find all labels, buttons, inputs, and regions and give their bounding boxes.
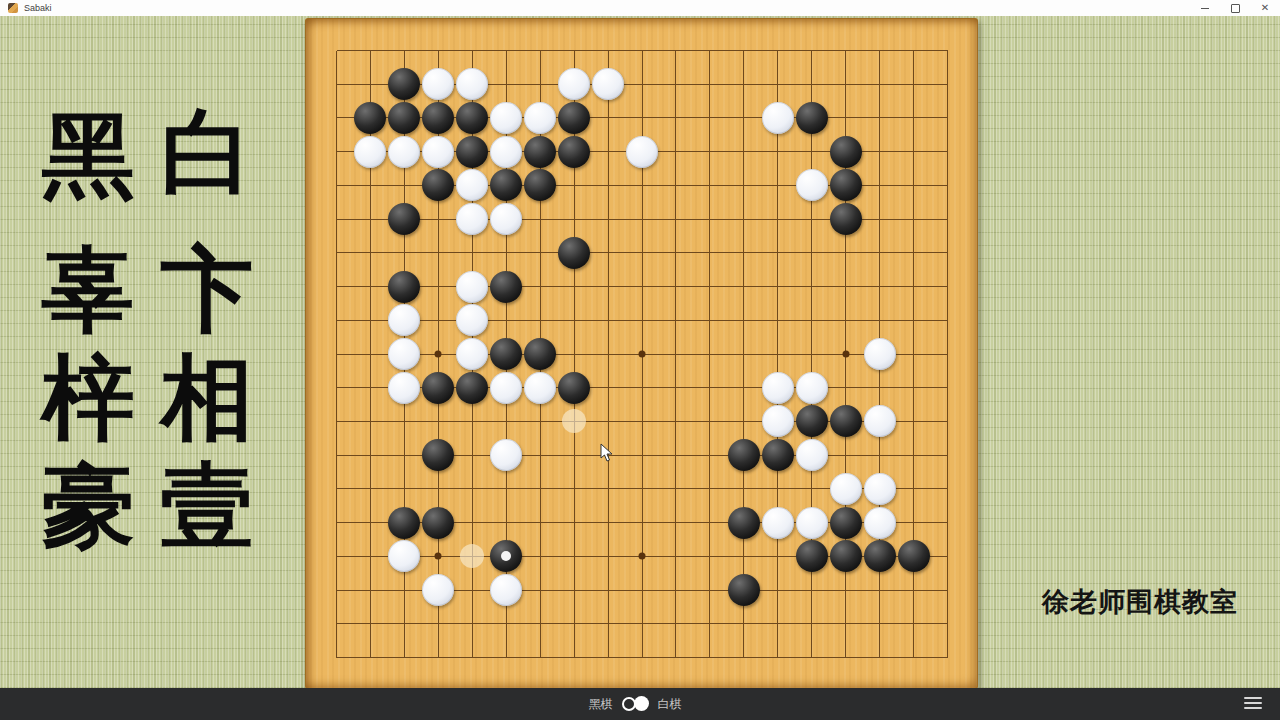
stone-white[interactable] xyxy=(490,439,522,471)
grid-line xyxy=(777,51,778,658)
stone-black[interactable] xyxy=(558,237,590,269)
window-controls: ✕ xyxy=(1190,0,1280,16)
stone-white[interactable] xyxy=(456,271,488,303)
stone-white[interactable] xyxy=(456,304,488,336)
stone-white[interactable] xyxy=(524,102,556,134)
stone-black[interactable] xyxy=(456,136,488,168)
stone-black[interactable] xyxy=(388,203,420,235)
hoshi-point xyxy=(435,351,442,358)
stone-black[interactable] xyxy=(490,540,522,572)
close-button[interactable]: ✕ xyxy=(1250,0,1280,16)
stone-white[interactable] xyxy=(490,102,522,134)
stone-black[interactable] xyxy=(830,405,862,437)
stone-black[interactable] xyxy=(796,405,828,437)
stone-white[interactable] xyxy=(864,473,896,505)
stone-black[interactable] xyxy=(388,271,420,303)
bottom-bar: 黑棋 白棋 xyxy=(0,688,1280,720)
stone-black[interactable] xyxy=(456,372,488,404)
white-stone-knob-icon xyxy=(634,696,649,711)
stone-black[interactable] xyxy=(422,169,454,201)
stone-white[interactable] xyxy=(456,68,488,100)
stone-black[interactable] xyxy=(728,439,760,471)
stone-white[interactable] xyxy=(388,304,420,336)
stone-black[interactable] xyxy=(762,439,794,471)
stone-white[interactable] xyxy=(354,136,386,168)
turn-indicator: 黑棋 白棋 xyxy=(589,696,682,713)
stone-black[interactable] xyxy=(830,507,862,539)
stone-black[interactable] xyxy=(422,507,454,539)
stone-black[interactable] xyxy=(830,203,862,235)
stone-black[interactable] xyxy=(558,136,590,168)
black-turn-label: 黑棋 xyxy=(589,696,613,713)
stone-black[interactable] xyxy=(830,169,862,201)
stone-black[interactable] xyxy=(422,102,454,134)
stone-white[interactable] xyxy=(762,507,794,539)
titlebar: Sabaki ✕ xyxy=(0,0,1280,16)
grid-line xyxy=(337,623,948,624)
stone-black[interactable] xyxy=(354,102,386,134)
grid-line xyxy=(709,51,710,658)
window-title: Sabaki xyxy=(24,3,52,13)
stone-black[interactable] xyxy=(796,102,828,134)
stone-black[interactable] xyxy=(796,540,828,572)
stone-black[interactable] xyxy=(388,68,420,100)
stone-white[interactable] xyxy=(864,405,896,437)
turn-toggle[interactable] xyxy=(622,696,649,712)
black-label-char: 黑 xyxy=(33,108,143,204)
stone-white[interactable] xyxy=(456,203,488,235)
stone-black[interactable] xyxy=(728,574,760,606)
ghost-stone xyxy=(562,409,586,433)
stone-black[interactable] xyxy=(558,372,590,404)
grid-line xyxy=(337,657,948,658)
stone-black[interactable] xyxy=(524,136,556,168)
stone-white[interactable] xyxy=(456,169,488,201)
white-turn-label: 白棋 xyxy=(658,696,682,713)
grid-line xyxy=(675,51,676,658)
goban-grid[interactable] xyxy=(337,51,948,658)
hoshi-point xyxy=(435,553,442,560)
stone-white[interactable] xyxy=(762,405,794,437)
stone-white[interactable] xyxy=(422,136,454,168)
hoshi-point xyxy=(639,351,646,358)
stone-white[interactable] xyxy=(490,372,522,404)
maximize-button[interactable] xyxy=(1220,0,1250,16)
minimize-button[interactable] xyxy=(1190,0,1220,16)
black-name-char: 豪 xyxy=(33,458,143,554)
stone-white[interactable] xyxy=(796,169,828,201)
stone-black[interactable] xyxy=(830,136,862,168)
goban[interactable] xyxy=(305,18,978,689)
stone-white[interactable] xyxy=(830,473,862,505)
stone-white[interactable] xyxy=(456,338,488,370)
sabaki-window: Sabaki ✕ 黑 辜 梓 豪 白 卞 相 壹 徐老师围棋教室 xyxy=(0,0,1280,720)
stone-black[interactable] xyxy=(490,271,522,303)
stone-white[interactable] xyxy=(762,102,794,134)
stone-white[interactable] xyxy=(796,439,828,471)
stone-white[interactable] xyxy=(762,372,794,404)
grid-line xyxy=(947,51,948,658)
white-label-char: 白 xyxy=(152,104,262,200)
stone-black[interactable] xyxy=(864,540,896,572)
stone-white[interactable] xyxy=(388,136,420,168)
stone-white[interactable] xyxy=(422,574,454,606)
last-move-marker xyxy=(501,551,511,561)
stone-black[interactable] xyxy=(422,372,454,404)
stone-black[interactable] xyxy=(524,338,556,370)
stone-black[interactable] xyxy=(388,507,420,539)
watermark-text: 徐老师围棋教室 xyxy=(1042,584,1238,620)
white-name-char: 卞 xyxy=(152,242,262,338)
stone-black[interactable] xyxy=(456,102,488,134)
hoshi-point xyxy=(639,553,646,560)
black-name-char: 辜 xyxy=(33,242,143,338)
stone-white[interactable] xyxy=(524,372,556,404)
stone-white[interactable] xyxy=(388,372,420,404)
ghost-stone xyxy=(460,544,484,568)
close-icon: ✕ xyxy=(1261,3,1269,13)
stone-white[interactable] xyxy=(490,136,522,168)
maximize-icon xyxy=(1231,4,1240,13)
stone-white[interactable] xyxy=(388,540,420,572)
stone-black[interactable] xyxy=(728,507,760,539)
stone-black[interactable] xyxy=(490,338,522,370)
stone-white[interactable] xyxy=(592,68,624,100)
workspace-background: 黑 辜 梓 豪 白 卞 相 壹 徐老师围棋教室 xyxy=(0,16,1280,688)
stone-black[interactable] xyxy=(830,540,862,572)
stone-white[interactable] xyxy=(490,574,522,606)
stone-white[interactable] xyxy=(388,338,420,370)
white-name-char: 相 xyxy=(152,350,262,446)
stone-white[interactable] xyxy=(796,507,828,539)
hoshi-point xyxy=(842,351,849,358)
app-icon xyxy=(8,3,18,13)
stone-white[interactable] xyxy=(558,68,590,100)
stone-white[interactable] xyxy=(422,68,454,100)
stone-white[interactable] xyxy=(796,372,828,404)
minimize-icon xyxy=(1201,8,1209,9)
stone-black[interactable] xyxy=(524,169,556,201)
hamburger-menu-icon[interactable] xyxy=(1244,695,1262,711)
grid-line xyxy=(743,51,744,658)
stone-white[interactable] xyxy=(864,507,896,539)
black-name-char: 梓 xyxy=(33,350,143,446)
stone-white[interactable] xyxy=(490,203,522,235)
stone-white[interactable] xyxy=(864,338,896,370)
stone-black[interactable] xyxy=(422,439,454,471)
stone-white[interactable] xyxy=(626,136,658,168)
stone-black[interactable] xyxy=(558,102,590,134)
stone-black[interactable] xyxy=(898,540,930,572)
stone-black[interactable] xyxy=(490,169,522,201)
white-name-char: 壹 xyxy=(152,458,262,554)
stone-black[interactable] xyxy=(388,102,420,134)
